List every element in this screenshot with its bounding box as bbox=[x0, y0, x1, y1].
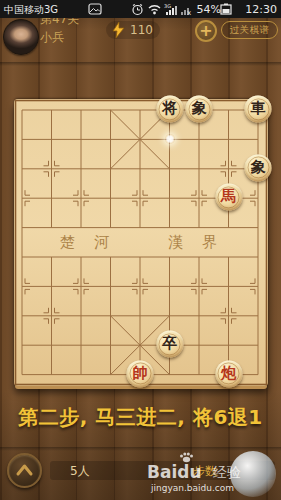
piece-black-elephant[interactable]: 象 bbox=[186, 95, 213, 122]
collapse-button[interactable] bbox=[7, 453, 42, 488]
status-bar: 中国移动3G 3G x 54% bbox=[0, 0, 281, 18]
piece-red-general[interactable]: 帥 bbox=[127, 360, 154, 387]
watermark-brand: Baidu bbox=[147, 462, 202, 482]
carrier-label: 中国移动3G bbox=[4, 3, 58, 17]
app-screen: 中国移动3G 3G x 54% bbox=[0, 0, 281, 500]
piece-red-cannon[interactable]: 炮 bbox=[215, 360, 242, 387]
add-energy-button[interactable]: + bbox=[195, 20, 217, 42]
baidu-watermark: Baidu 经验 jingyan.baidu.com bbox=[121, 450, 281, 500]
player-avatar[interactable] bbox=[3, 19, 39, 55]
plus-icon: + bbox=[199, 21, 212, 40]
piece-black-elephant-2[interactable]: 象 bbox=[245, 154, 272, 181]
river-label-left: 楚 河 bbox=[52, 233, 124, 253]
watermark-suffix: 经验 bbox=[213, 464, 241, 482]
alarm-clock-icon bbox=[131, 3, 144, 16]
chevron-up-icon bbox=[9, 455, 40, 486]
battery-percent: 54% bbox=[197, 3, 221, 16]
signal-icon: 3G bbox=[164, 3, 179, 16]
move-hint-caption: 第二步, 马三进二, 将6退1 bbox=[0, 404, 281, 431]
watermark-url: jingyan.baidu.com bbox=[151, 483, 234, 493]
energy-badge: 110 bbox=[106, 21, 160, 39]
piece-black-soldier[interactable]: 卒 bbox=[156, 331, 183, 358]
player-rank-label: 小兵 bbox=[40, 29, 64, 46]
piece-black-chariot[interactable]: 車 bbox=[245, 95, 272, 122]
gallery-icon bbox=[88, 3, 102, 15]
battery-icon bbox=[220, 3, 234, 15]
players-count: 5人 bbox=[70, 463, 90, 480]
last-move-marker bbox=[165, 134, 175, 144]
river-label-right: 漢 界 bbox=[160, 233, 232, 253]
lightning-icon bbox=[112, 22, 125, 39]
xiangqi-board[interactable]: 楚 河 漢 界 将 象 車 象 馬 卒 帥 炮 bbox=[14, 99, 268, 386]
energy-count: 110 bbox=[130, 23, 153, 37]
sim2-signal-icon: x bbox=[180, 3, 193, 16]
header-shadow bbox=[0, 62, 281, 66]
piece-red-horse[interactable]: 馬 bbox=[215, 184, 242, 211]
clock-time: 12:30 bbox=[245, 3, 277, 16]
piece-black-general[interactable]: 将 bbox=[156, 95, 183, 122]
records-button[interactable]: 过关棋谱 bbox=[221, 21, 278, 39]
sim1-network-label: 3G bbox=[164, 3, 171, 9]
wifi-icon bbox=[147, 3, 162, 15]
sim2-no-service-label: x bbox=[187, 9, 191, 16]
